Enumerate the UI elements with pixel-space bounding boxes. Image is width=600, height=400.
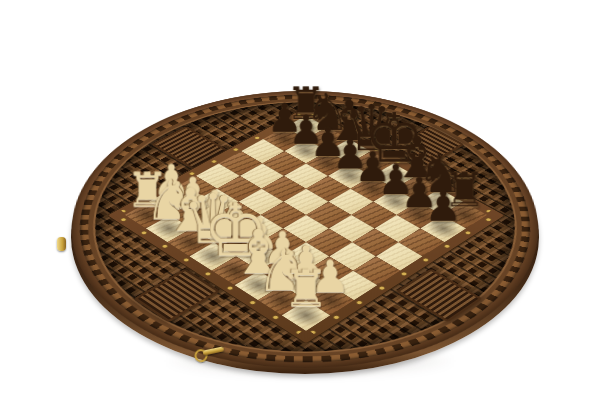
latch-bar-icon bbox=[203, 346, 225, 355]
scene: ♜♞♝♛♚♝♞♜♟♟♟♟♟♟♟♟♟♟♟♟♟♟♟♟♜♞♝♛♚♝♞♜ bbox=[0, 0, 600, 400]
brass-latch-left[interactable] bbox=[57, 237, 66, 251]
round-board: ♜♞♝♛♚♝♞♜♟♟♟♟♟♟♟♟♟♟♟♟♟♟♟♟♜♞♝♛♚♝♞♜ bbox=[48, 91, 562, 368]
product-photo: ♜♞♝♛♚♝♞♜♟♟♟♟♟♟♟♟♟♟♟♟♟♟♟♟♜♞♝♛♚♝♞♜ bbox=[0, 0, 600, 400]
piece-white-rook[interactable]: ♜ bbox=[280, 262, 331, 316]
piece-black-pawn[interactable]: ♟ bbox=[419, 184, 468, 228]
